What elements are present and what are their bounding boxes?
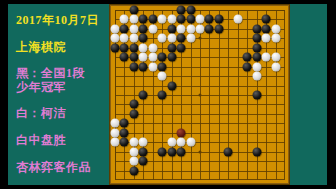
white-stone xyxy=(186,24,195,33)
video-frame: 2017年10月7日 上海棋院 黑：全国1段 少年冠军 白：柯洁 白中盘胜 杏林… xyxy=(0,0,336,189)
white-stone xyxy=(167,15,176,24)
white-stone xyxy=(129,15,138,24)
white-stone xyxy=(186,138,195,147)
black-stone xyxy=(243,53,252,62)
white-stone xyxy=(148,62,157,71)
white-stone xyxy=(262,53,271,62)
white-stone xyxy=(111,138,120,147)
white-stone xyxy=(129,24,138,33)
black-stone xyxy=(205,15,214,24)
black-player-line2: 少年冠军 xyxy=(16,79,66,96)
black-stone xyxy=(214,15,223,24)
black-stone xyxy=(252,91,261,100)
white-stone xyxy=(186,34,195,43)
black-stone xyxy=(205,24,214,33)
black-stone xyxy=(129,166,138,175)
white-stone xyxy=(271,62,280,71)
white-stone xyxy=(129,147,138,156)
white-stone xyxy=(148,24,157,33)
black-stone xyxy=(186,15,195,24)
black-stone xyxy=(139,62,148,71)
white-stone xyxy=(139,138,148,147)
last-move-stone xyxy=(177,128,186,137)
black-stone xyxy=(158,62,167,71)
black-stone xyxy=(177,147,186,156)
black-stone xyxy=(111,43,120,52)
white-stone xyxy=(158,72,167,81)
white-stone xyxy=(196,24,205,33)
white-stone xyxy=(139,43,148,52)
white-stone xyxy=(167,138,176,147)
black-stone xyxy=(214,24,223,33)
black-stone xyxy=(120,53,129,62)
black-stone xyxy=(148,15,157,24)
white-stone xyxy=(196,15,205,24)
white-stone xyxy=(252,72,261,81)
black-stone xyxy=(139,91,148,100)
hoshi-point xyxy=(199,150,202,153)
black-stone xyxy=(262,24,271,33)
white-stone xyxy=(167,34,176,43)
black-stone xyxy=(158,53,167,62)
black-stone xyxy=(120,24,129,33)
black-stone xyxy=(252,43,261,52)
black-stone xyxy=(167,43,176,52)
white-stone xyxy=(177,24,186,33)
black-stone xyxy=(177,34,186,43)
black-stone xyxy=(139,34,148,43)
white-stone xyxy=(252,62,261,71)
white-stone xyxy=(129,34,138,43)
black-stone xyxy=(167,147,176,156)
black-stone xyxy=(129,62,138,71)
black-stone xyxy=(120,138,129,147)
black-stone xyxy=(167,24,176,33)
white-stone xyxy=(120,15,129,24)
credit: 杏林弈客作品 xyxy=(16,159,91,176)
black-stone xyxy=(224,147,233,156)
black-stone xyxy=(120,128,129,137)
white-stone xyxy=(262,34,271,43)
black-stone xyxy=(252,147,261,156)
black-stone xyxy=(167,81,176,90)
white-stone xyxy=(177,138,186,147)
black-stone xyxy=(139,147,148,156)
black-stone xyxy=(243,62,252,71)
hoshi-point xyxy=(199,37,202,40)
black-stone xyxy=(177,6,186,15)
black-stone xyxy=(262,15,271,24)
white-stone xyxy=(111,119,120,128)
black-stone xyxy=(129,6,138,15)
white-stone xyxy=(111,24,120,33)
black-stone xyxy=(129,43,138,52)
white-stone xyxy=(148,53,157,62)
background: 2017年10月7日 上海棋院 黑：全国1段 少年冠军 白：柯洁 白中盘胜 杏林… xyxy=(8,4,327,185)
game-date: 2017年10月7日 xyxy=(16,12,99,29)
white-stone xyxy=(271,34,280,43)
white-stone xyxy=(139,53,148,62)
white-stone xyxy=(111,34,120,43)
black-stone xyxy=(129,53,138,62)
white-stone xyxy=(111,128,120,137)
white-stone xyxy=(129,138,138,147)
white-stone xyxy=(148,43,157,52)
black-stone xyxy=(129,100,138,109)
black-stone xyxy=(177,15,186,24)
white-player: 白：柯洁 xyxy=(16,105,66,122)
white-stone xyxy=(158,34,167,43)
white-stone xyxy=(129,157,138,166)
white-stone xyxy=(271,53,280,62)
white-stone xyxy=(158,15,167,24)
black-stone xyxy=(252,34,261,43)
white-stone xyxy=(233,15,242,24)
black-stone xyxy=(158,91,167,100)
black-stone xyxy=(120,43,129,52)
black-stone xyxy=(167,53,176,62)
black-stone xyxy=(129,109,138,118)
black-stone xyxy=(186,6,195,15)
game-result: 白中盘胜 xyxy=(16,132,66,149)
black-stone xyxy=(252,24,261,33)
black-stone xyxy=(139,24,148,33)
black-stone xyxy=(177,43,186,52)
black-stone xyxy=(139,15,148,24)
white-stone xyxy=(120,34,129,43)
venue: 上海棋院 xyxy=(16,39,66,56)
black-stone xyxy=(139,157,148,166)
board-grid xyxy=(115,10,285,180)
hoshi-point xyxy=(199,94,202,97)
black-stone xyxy=(158,147,167,156)
black-stone xyxy=(120,119,129,128)
white-stone xyxy=(271,24,280,33)
go-board xyxy=(109,4,290,185)
black-stone xyxy=(252,53,261,62)
